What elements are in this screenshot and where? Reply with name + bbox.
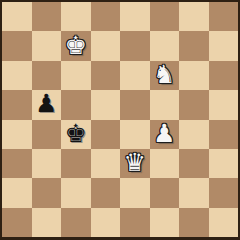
square-d1[interactable] [91,208,121,237]
square-h2[interactable] [209,178,239,207]
square-g1[interactable] [179,208,209,237]
square-a4[interactable] [2,120,32,149]
square-g3[interactable] [179,149,209,178]
white-queen-piece: ♛ [124,150,146,175]
square-e8[interactable] [120,2,150,31]
square-a5[interactable] [2,90,32,119]
square-f2[interactable] [150,178,180,207]
square-f3[interactable] [150,149,180,178]
square-d6[interactable] [91,61,121,90]
square-e6[interactable] [120,61,150,90]
square-c4[interactable]: ♚ [61,120,91,149]
square-h6[interactable] [209,61,239,90]
square-e4[interactable] [120,120,150,149]
square-h4[interactable] [209,120,239,149]
square-h5[interactable] [209,90,239,119]
square-f6[interactable]: ♞ [150,61,180,90]
chess-board-frame: ♚♞♟♚♟♛ [0,0,240,240]
square-f4[interactable]: ♟ [150,120,180,149]
square-d3[interactable] [91,149,121,178]
square-h7[interactable] [209,31,239,60]
square-e3[interactable]: ♛ [120,149,150,178]
square-e2[interactable] [120,178,150,207]
square-a1[interactable] [2,208,32,237]
square-a2[interactable] [2,178,32,207]
square-b4[interactable] [32,120,62,149]
square-c8[interactable] [61,2,91,31]
black-pawn-piece: ♟ [35,91,57,116]
square-f1[interactable] [150,208,180,237]
square-d2[interactable] [91,178,121,207]
square-e5[interactable] [120,90,150,119]
square-b5[interactable]: ♟ [32,90,62,119]
square-b1[interactable] [32,208,62,237]
square-g4[interactable] [179,120,209,149]
square-f7[interactable] [150,31,180,60]
square-h1[interactable] [209,208,239,237]
square-g7[interactable] [179,31,209,60]
square-d8[interactable] [91,2,121,31]
square-b3[interactable] [32,149,62,178]
square-a3[interactable] [2,149,32,178]
square-f8[interactable] [150,2,180,31]
square-f5[interactable] [150,90,180,119]
square-c7[interactable]: ♚ [61,31,91,60]
square-g2[interactable] [179,178,209,207]
black-king-piece: ♚ [65,121,87,146]
square-a6[interactable] [2,61,32,90]
white-king-piece: ♚ [65,33,87,58]
square-c5[interactable] [61,90,91,119]
square-b8[interactable] [32,2,62,31]
square-g5[interactable] [179,90,209,119]
square-h8[interactable] [209,2,239,31]
square-a8[interactable] [2,2,32,31]
square-e7[interactable] [120,31,150,60]
square-a7[interactable] [2,31,32,60]
square-g6[interactable] [179,61,209,90]
white-knight-piece: ♞ [153,62,175,87]
square-e1[interactable] [120,208,150,237]
square-d7[interactable] [91,31,121,60]
square-c6[interactable] [61,61,91,90]
chess-board: ♚♞♟♚♟♛ [2,2,238,237]
square-c3[interactable] [61,149,91,178]
square-g8[interactable] [179,2,209,31]
square-d4[interactable] [91,120,121,149]
square-c1[interactable] [61,208,91,237]
square-d5[interactable] [91,90,121,119]
square-h3[interactable] [209,149,239,178]
square-c2[interactable] [61,178,91,207]
white-pawn-piece: ♟ [153,121,175,146]
square-b7[interactable] [32,31,62,60]
square-b6[interactable] [32,61,62,90]
square-b2[interactable] [32,178,62,207]
